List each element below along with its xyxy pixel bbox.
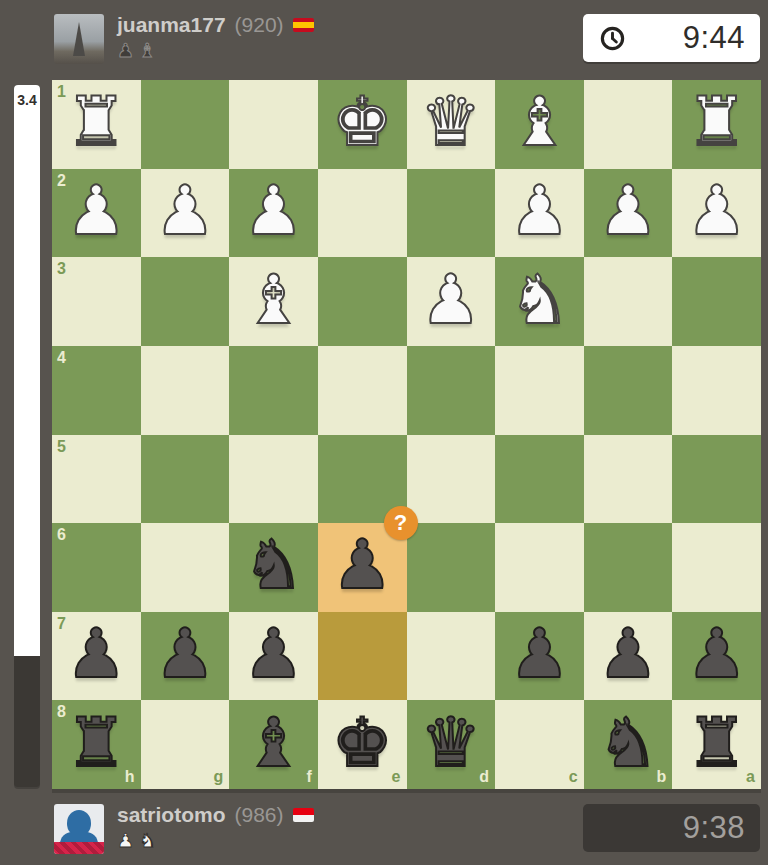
- black-queen: ♛: [420, 709, 481, 777]
- square-d6[interactable]: [407, 523, 496, 612]
- top-player-rating: (920): [235, 13, 284, 37]
- square-f8[interactable]: f♝: [229, 700, 318, 789]
- top-player-avatar[interactable]: [54, 14, 104, 64]
- black-pawn: ♟: [154, 620, 215, 688]
- square-b5[interactable]: [584, 435, 673, 524]
- avatar-photo-decoration: [73, 22, 85, 56]
- square-c8[interactable]: c: [495, 700, 584, 789]
- white-pawn: ♟: [66, 177, 127, 245]
- square-b6[interactable]: [584, 523, 673, 612]
- square-c1[interactable]: ♝: [495, 80, 584, 169]
- square-h1[interactable]: 1♜: [52, 80, 141, 169]
- rank-label-3: 3: [57, 260, 66, 278]
- square-h3[interactable]: 3: [52, 257, 141, 346]
- bottom-player-avatar[interactable]: [54, 804, 104, 854]
- square-h8[interactable]: 8h♜: [52, 700, 141, 789]
- white-rook: ♜: [66, 88, 127, 156]
- square-g8[interactable]: g: [141, 700, 230, 789]
- white-queen: ♛: [420, 88, 481, 156]
- square-e1[interactable]: ♚: [318, 80, 407, 169]
- square-b3[interactable]: [584, 257, 673, 346]
- square-e2[interactable]: [318, 169, 407, 258]
- rank-label-7: 7: [57, 615, 66, 633]
- bottom-player-name: satriotomo: [117, 803, 226, 827]
- bottom-player-bar: satriotomo (986) ♟♞ 9:38: [0, 798, 768, 865]
- white-pawn: ♟: [598, 177, 659, 245]
- black-rook: ♜: [686, 709, 747, 777]
- bottom-captured-pieces: ♟♞: [117, 829, 314, 851]
- file-label-c: c: [569, 768, 578, 786]
- square-e4[interactable]: [318, 346, 407, 435]
- square-e8[interactable]: e♚: [318, 700, 407, 789]
- square-a3[interactable]: [672, 257, 761, 346]
- square-h2[interactable]: 2♟: [52, 169, 141, 258]
- square-b2[interactable]: ♟: [584, 169, 673, 258]
- square-h7[interactable]: 7♟: [52, 612, 141, 701]
- square-f6[interactable]: ♞: [229, 523, 318, 612]
- white-pawn: ♟: [420, 266, 481, 334]
- square-b7[interactable]: ♟: [584, 612, 673, 701]
- black-pawn: ♟: [243, 620, 304, 688]
- avatar-shirt: [54, 842, 104, 854]
- black-knight: ♞: [243, 531, 304, 599]
- square-c6[interactable]: [495, 523, 584, 612]
- square-f2[interactable]: ♟: [229, 169, 318, 258]
- top-player-name: juanma177: [117, 13, 226, 37]
- square-c4[interactable]: [495, 346, 584, 435]
- square-h4[interactable]: 4: [52, 346, 141, 435]
- captured-black-bishop-icon: ♝: [139, 39, 156, 61]
- square-d7[interactable]: [407, 612, 496, 701]
- black-pawn: ♟: [66, 620, 127, 688]
- clock-icon: [599, 25, 626, 52]
- square-f4[interactable]: [229, 346, 318, 435]
- square-d2[interactable]: [407, 169, 496, 258]
- top-clock-time: 9:44: [683, 20, 745, 56]
- square-e3[interactable]: [318, 257, 407, 346]
- file-label-a: a: [746, 768, 755, 786]
- black-king: ♚: [332, 709, 393, 777]
- square-a6[interactable]: [672, 523, 761, 612]
- square-c7[interactable]: ♟: [495, 612, 584, 701]
- black-knight: ♞: [598, 709, 659, 777]
- square-d8[interactable]: d♛: [407, 700, 496, 789]
- evaluation-bar: 3.4: [14, 85, 40, 787]
- bottom-player-clock: 9:38: [583, 804, 760, 852]
- indonesia-flag-icon: [293, 808, 314, 822]
- square-c2[interactable]: ♟: [495, 169, 584, 258]
- file-label-b: b: [657, 768, 667, 786]
- rank-label-4: 4: [57, 349, 66, 367]
- captured-white-knight-icon: ♞: [139, 829, 156, 851]
- square-b8[interactable]: b♞: [584, 700, 673, 789]
- square-d4[interactable]: [407, 346, 496, 435]
- square-d3[interactable]: ♟: [407, 257, 496, 346]
- mistake-badge: ?: [384, 506, 418, 540]
- white-bishop: ♝: [243, 266, 304, 334]
- square-a5[interactable]: [672, 435, 761, 524]
- square-g5[interactable]: [141, 435, 230, 524]
- file-label-e: e: [392, 768, 401, 786]
- square-a2[interactable]: ♟: [672, 169, 761, 258]
- rank-label-5: 5: [57, 438, 66, 456]
- white-rook: ♜: [686, 88, 747, 156]
- square-g4[interactable]: [141, 346, 230, 435]
- black-pawn: ♟: [332, 531, 393, 599]
- file-label-h: h: [125, 768, 135, 786]
- captured-white-pawn-icon: ♟: [117, 829, 134, 851]
- white-pawn: ♟: [509, 177, 570, 245]
- spain-flag-icon: [293, 18, 314, 32]
- bottom-player-info[interactable]: satriotomo (986) ♟♞: [117, 802, 314, 851]
- square-b4[interactable]: [584, 346, 673, 435]
- white-knight: ♞: [509, 266, 570, 334]
- square-g6[interactable]: [141, 523, 230, 612]
- top-captured-pieces: ♟♝: [117, 39, 314, 61]
- square-d1[interactable]: ♛: [407, 80, 496, 169]
- square-b1[interactable]: [584, 80, 673, 169]
- square-c5[interactable]: [495, 435, 584, 524]
- file-label-g: g: [213, 768, 223, 786]
- square-d5[interactable]: [407, 435, 496, 524]
- square-c3[interactable]: ♞: [495, 257, 584, 346]
- square-h5[interactable]: 5: [52, 435, 141, 524]
- black-pawn: ♟: [686, 620, 747, 688]
- square-g7[interactable]: ♟: [141, 612, 230, 701]
- square-a4[interactable]: [672, 346, 761, 435]
- evaluation-bar-white-fill: [14, 85, 40, 656]
- chess-board: 1♜♚♛♝♜2♟♟♟♟♟♟3♝♟♞456♞♟?7♟♟♟♟♟♟8h♜gf♝e♚d♛…: [52, 80, 761, 789]
- white-pawn: ♟: [243, 177, 304, 245]
- bottom-clock-time: 9:38: [683, 810, 745, 846]
- file-label-d: d: [479, 768, 489, 786]
- black-pawn: ♟: [509, 620, 570, 688]
- top-player-bar: juanma177 (920) ♟♝ 9:44: [0, 0, 768, 80]
- square-g2[interactable]: ♟: [141, 169, 230, 258]
- square-a8[interactable]: a♜: [672, 700, 761, 789]
- square-a7[interactable]: ♟: [672, 612, 761, 701]
- square-f3[interactable]: ♝: [229, 257, 318, 346]
- square-g3[interactable]: [141, 257, 230, 346]
- rank-label-1: 1: [57, 83, 66, 101]
- square-f7[interactable]: ♟: [229, 612, 318, 701]
- square-e6[interactable]: ♟?: [318, 523, 407, 612]
- square-h6[interactable]: 6: [52, 523, 141, 612]
- captured-black-pawn-icon: ♟: [117, 39, 134, 61]
- top-player-clock: 9:44: [583, 14, 760, 62]
- white-pawn: ♟: [154, 177, 215, 245]
- white-bishop: ♝: [509, 88, 570, 156]
- evaluation-score: 3.4: [14, 92, 40, 108]
- square-g1[interactable]: [141, 80, 230, 169]
- square-f1[interactable]: [229, 80, 318, 169]
- rank-label-8: 8: [57, 703, 66, 721]
- black-rook: ♜: [66, 709, 127, 777]
- bottom-player-rating: (986): [235, 803, 284, 827]
- file-label-f: f: [307, 768, 312, 786]
- square-f5[interactable]: [229, 435, 318, 524]
- white-pawn: ♟: [686, 177, 747, 245]
- rank-label-6: 6: [57, 526, 66, 544]
- white-king: ♚: [332, 88, 393, 156]
- top-player-info[interactable]: juanma177 (920) ♟♝: [117, 12, 314, 61]
- square-e7[interactable]: [318, 612, 407, 701]
- rank-label-2: 2: [57, 172, 66, 190]
- square-a1[interactable]: ♜: [672, 80, 761, 169]
- black-bishop: ♝: [243, 709, 304, 777]
- black-pawn: ♟: [598, 620, 659, 688]
